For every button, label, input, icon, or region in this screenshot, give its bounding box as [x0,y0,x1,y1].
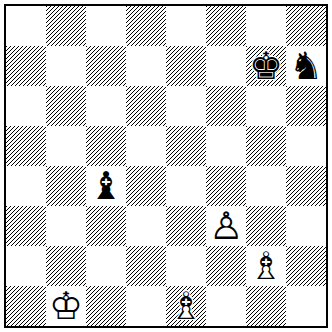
square-h5[interactable] [286,126,326,166]
square-a8[interactable] [6,6,46,46]
piece-black-bishop-c4[interactable]: ♝ [86,166,126,206]
white-bishop-fill-glyph: ♝ [246,246,286,286]
chess-diagram: ♚♞♝♟♙♝♗♚♔♝♗ [0,0,332,332]
white-pawn-outline-glyph: ♙ [206,206,246,246]
square-g5[interactable] [246,126,286,166]
square-a1[interactable] [6,286,46,326]
square-e4[interactable] [166,166,206,206]
square-e5[interactable] [166,126,206,166]
square-f2[interactable] [206,246,246,286]
square-h6[interactable] [286,86,326,126]
square-c6[interactable] [86,86,126,126]
square-a4[interactable] [6,166,46,206]
square-g2[interactable]: ♝♗ [246,246,286,286]
square-f6[interactable] [206,86,246,126]
white-bishop-outline-glyph: ♗ [246,246,286,286]
piece-white-king-b1[interactable]: ♚♔ [46,286,86,326]
square-h4[interactable] [286,166,326,206]
square-e8[interactable] [166,6,206,46]
white-bishop-fill-glyph: ♝ [166,286,206,326]
square-b3[interactable] [46,206,86,246]
square-h7[interactable]: ♞ [286,46,326,86]
square-d4[interactable] [126,166,166,206]
square-d1[interactable] [126,286,166,326]
square-g7[interactable]: ♚ [246,46,286,86]
piece-white-bishop-e1[interactable]: ♝♗ [166,286,206,326]
square-e6[interactable] [166,86,206,126]
square-c7[interactable] [86,46,126,86]
square-e2[interactable] [166,246,206,286]
square-a7[interactable] [6,46,46,86]
square-d8[interactable] [126,6,166,46]
square-f8[interactable] [206,6,246,46]
square-g1[interactable] [246,286,286,326]
piece-white-bishop-g2[interactable]: ♝♗ [246,246,286,286]
chess-board: ♚♞♝♟♙♝♗♚♔♝♗ [6,6,326,326]
square-f5[interactable] [206,126,246,166]
square-g8[interactable] [246,6,286,46]
square-h2[interactable] [286,246,326,286]
square-b5[interactable] [46,126,86,166]
square-b8[interactable] [46,6,86,46]
square-g4[interactable] [246,166,286,206]
square-b6[interactable] [46,86,86,126]
white-king-fill-glyph: ♚ [46,286,86,326]
square-b1[interactable]: ♚♔ [46,286,86,326]
square-c4[interactable]: ♝ [86,166,126,206]
square-d3[interactable] [126,206,166,246]
white-bishop-outline-glyph: ♗ [166,286,206,326]
square-b2[interactable] [46,246,86,286]
square-c2[interactable] [86,246,126,286]
square-c5[interactable] [86,126,126,166]
black-knight-glyph: ♞ [286,46,326,86]
square-d6[interactable] [126,86,166,126]
square-f1[interactable] [206,286,246,326]
board-frame: ♚♞♝♟♙♝♗♚♔♝♗ [4,4,328,328]
square-d7[interactable] [126,46,166,86]
square-e1[interactable]: ♝♗ [166,286,206,326]
piece-white-pawn-f3[interactable]: ♟♙ [206,206,246,246]
square-g3[interactable] [246,206,286,246]
white-pawn-fill-glyph: ♟ [206,206,246,246]
square-h8[interactable] [286,6,326,46]
square-a2[interactable] [6,246,46,286]
square-d5[interactable] [126,126,166,166]
square-a5[interactable] [6,126,46,166]
black-king-glyph: ♚ [246,46,286,86]
square-b7[interactable] [46,46,86,86]
piece-black-knight-h7[interactable]: ♞ [286,46,326,86]
square-f3[interactable]: ♟♙ [206,206,246,246]
square-g6[interactable] [246,86,286,126]
square-e7[interactable] [166,46,206,86]
square-a3[interactable] [6,206,46,246]
square-c1[interactable] [86,286,126,326]
black-bishop-glyph: ♝ [86,166,126,206]
square-a6[interactable] [6,86,46,126]
square-e3[interactable] [166,206,206,246]
white-king-outline-glyph: ♔ [46,286,86,326]
square-b4[interactable] [46,166,86,206]
piece-black-king-g7[interactable]: ♚ [246,46,286,86]
square-h3[interactable] [286,206,326,246]
square-d2[interactable] [126,246,166,286]
square-h1[interactable] [286,286,326,326]
square-f4[interactable] [206,166,246,206]
square-c3[interactable] [86,206,126,246]
square-c8[interactable] [86,6,126,46]
square-f7[interactable] [206,46,246,86]
